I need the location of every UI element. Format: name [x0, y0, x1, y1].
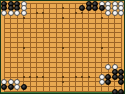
grid-line-horizontal	[4, 42, 122, 43]
hoshi-point	[62, 47, 64, 49]
stone-black[interactable]	[112, 89, 118, 94]
stone-black[interactable]	[79, 5, 85, 11]
annotation-mark	[62, 81, 64, 83]
stone-black[interactable]	[112, 74, 118, 80]
stone-black[interactable]	[86, 5, 92, 11]
annotation-mark	[36, 12, 38, 14]
grid-line-horizontal	[4, 57, 122, 58]
annotation-mark	[81, 12, 83, 14]
stone-white[interactable]	[112, 10, 118, 16]
stone-black[interactable]	[118, 79, 124, 85]
hoshi-point	[101, 47, 103, 49]
stone-white[interactable]	[1, 10, 7, 16]
grid-line-horizontal	[4, 91, 122, 92]
annotation-mark	[42, 76, 44, 78]
hoshi-point	[23, 17, 25, 19]
stone-black[interactable]	[21, 84, 27, 90]
stone-black[interactable]	[118, 89, 124, 94]
grid-line-horizontal	[4, 23, 122, 24]
stone-white[interactable]	[99, 79, 105, 85]
grid-line-horizontal	[4, 62, 122, 63]
go-app-window	[0, 0, 125, 94]
stone-white[interactable]	[8, 10, 14, 16]
grid-line-horizontal	[4, 32, 122, 33]
annotation-mark	[42, 12, 44, 14]
grid-line-horizontal	[4, 67, 122, 68]
annotation-mark	[88, 76, 90, 78]
hoshi-point	[23, 47, 25, 49]
stone-black[interactable]	[8, 84, 14, 90]
grid-line-horizontal	[4, 28, 122, 29]
stone-black[interactable]	[105, 79, 111, 85]
hoshi-point	[62, 76, 64, 78]
hoshi-point	[101, 17, 103, 19]
stone-white[interactable]	[118, 10, 124, 16]
stone-white[interactable]	[14, 10, 20, 16]
stone-white[interactable]	[105, 64, 111, 70]
annotation-mark	[75, 76, 77, 78]
annotation-mark	[36, 76, 38, 78]
annotation-mark	[75, 12, 77, 14]
stone-white[interactable]	[105, 10, 111, 16]
stone-white[interactable]	[21, 10, 27, 16]
stone-black[interactable]	[99, 5, 105, 11]
hoshi-point	[62, 17, 64, 19]
stone-black[interactable]	[92, 5, 98, 11]
annotation-mark	[29, 76, 31, 78]
hoshi-point	[23, 76, 25, 78]
grid-line-horizontal	[4, 52, 122, 53]
grid-line-horizontal	[4, 72, 122, 73]
annotation-mark	[81, 76, 83, 78]
annotation-mark	[62, 7, 64, 9]
stone-black[interactable]	[1, 84, 7, 90]
go-board[interactable]	[1, 1, 124, 92]
grid-line-horizontal	[4, 37, 122, 38]
stone-white[interactable]	[14, 84, 20, 90]
